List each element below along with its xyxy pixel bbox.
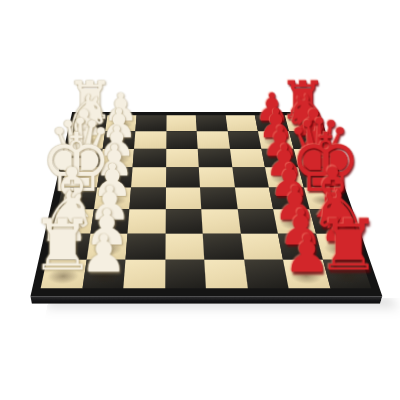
square-e4 xyxy=(165,187,201,209)
square-h4 xyxy=(165,259,206,288)
square-b6 xyxy=(227,131,261,148)
square-b5 xyxy=(197,131,230,148)
square-f6 xyxy=(237,209,278,233)
square-h1: ♜ xyxy=(41,259,86,288)
board-3d: ♜♟♟♜♞♟♟♞♝♟♟♝♛♟♟♛♚♟♟♚♝♟♟♝♞♟♟♞♜♟♟♜ xyxy=(30,112,382,296)
square-a5 xyxy=(196,115,228,131)
square-a6 xyxy=(225,115,258,131)
square-g6 xyxy=(240,233,283,259)
scene: ♜♟♟♜♞♟♟♞♝♟♟♝♛♟♟♛♚♟♟♚♝♟♟♝♞♟♟♞♜♟♟♜ xyxy=(0,0,400,400)
white-pawn-h2: ♟ xyxy=(80,228,127,280)
square-f4 xyxy=(165,209,203,233)
square-b4 xyxy=(166,131,198,148)
square-c4 xyxy=(166,149,199,168)
square-b3 xyxy=(134,131,166,148)
square-f5 xyxy=(201,209,240,233)
square-h5 xyxy=(204,259,247,288)
chess-set-photo: ♜♟♟♜♞♟♟♞♝♟♟♝♛♟♟♛♚♟♟♚♝♟♟♝♞♟♟♞♜♟♟♜ xyxy=(0,0,400,400)
square-e6 xyxy=(234,187,273,209)
square-d4 xyxy=(166,167,200,187)
square-c5 xyxy=(198,149,232,168)
square-c3 xyxy=(133,149,166,168)
square-h6 xyxy=(244,259,289,288)
red-rook-h8: ♜ xyxy=(316,210,380,281)
square-a4 xyxy=(166,115,197,131)
square-c6 xyxy=(229,149,264,168)
square-g3 xyxy=(126,233,166,259)
square-a3 xyxy=(135,115,166,131)
square-e5 xyxy=(200,187,237,209)
square-d5 xyxy=(199,167,235,187)
square-d6 xyxy=(232,167,269,187)
square-g4 xyxy=(165,233,204,259)
square-h3 xyxy=(123,259,165,288)
square-f3 xyxy=(128,209,166,233)
square-h8: ♜ xyxy=(322,259,371,288)
square-d3 xyxy=(131,167,166,187)
square-e3 xyxy=(129,187,165,209)
chess-board: ♜♟♟♜♞♟♟♞♝♟♟♝♛♟♟♛♚♟♟♚♝♟♟♝♞♟♟♞♜♟♟♜ xyxy=(30,112,382,296)
square-h2: ♟ xyxy=(82,259,126,288)
square-g5 xyxy=(203,233,244,259)
board-shadow xyxy=(45,298,399,317)
